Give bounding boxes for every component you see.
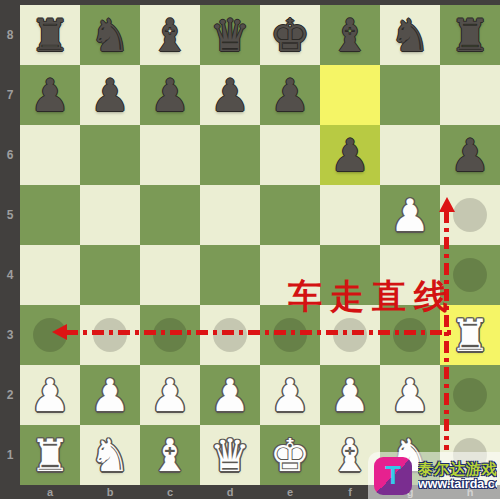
square-e7[interactable]: ♟ (260, 65, 320, 125)
white-pawn-f2[interactable]: ♟ (330, 373, 370, 418)
square-c6[interactable] (140, 125, 200, 185)
black-rook-h8[interactable]: ♜ (450, 13, 490, 58)
square-h5[interactable] (440, 185, 500, 245)
rank-label-2: 2 (0, 365, 20, 425)
white-pawn-g5[interactable]: ♟ (390, 193, 430, 238)
white-pawn-e2[interactable]: ♟ (270, 373, 310, 418)
square-a7[interactable]: ♟ (20, 65, 80, 125)
square-a4[interactable] (20, 245, 80, 305)
legal-move-dot-d3[interactable] (213, 318, 247, 352)
square-f5[interactable] (320, 185, 380, 245)
white-knight-b1[interactable]: ♞ (90, 433, 130, 478)
square-d1[interactable]: ♛ (200, 425, 260, 485)
legal-move-dot-h5[interactable] (453, 198, 487, 232)
file-label-c: c (140, 485, 200, 499)
white-pawn-b2[interactable]: ♟ (90, 373, 130, 418)
square-b4[interactable] (80, 245, 140, 305)
site-watermark: T 泰尔达游戏网 www.tairda.com (368, 452, 500, 499)
rank-label-1: 1 (0, 425, 20, 485)
black-pawn-e7[interactable]: ♟ (270, 73, 310, 118)
square-h8[interactable]: ♜ (440, 5, 500, 65)
square-b2[interactable]: ♟ (80, 365, 140, 425)
legal-move-dot-h2[interactable] (453, 378, 487, 412)
rank-label-6: 6 (0, 125, 20, 185)
move-annotation-text: 车走直线 (288, 274, 456, 320)
black-pawn-c7[interactable]: ♟ (150, 73, 190, 118)
white-pawn-a2[interactable]: ♟ (30, 373, 70, 418)
square-g6[interactable] (380, 125, 440, 185)
legal-move-dot-h4[interactable] (453, 258, 487, 292)
white-bishop-f1[interactable]: ♝ (330, 433, 370, 478)
white-queen-d1[interactable]: ♛ (210, 433, 250, 478)
file-label-b: b (80, 485, 140, 499)
black-bishop-c8[interactable]: ♝ (150, 13, 190, 58)
square-c4[interactable] (140, 245, 200, 305)
black-knight-b8[interactable]: ♞ (90, 13, 130, 58)
white-bishop-c1[interactable]: ♝ (150, 433, 190, 478)
square-d7[interactable]: ♟ (200, 65, 260, 125)
legal-move-dot-f3[interactable] (333, 318, 367, 352)
square-g7[interactable] (380, 65, 440, 125)
square-b6[interactable] (80, 125, 140, 185)
square-a1[interactable]: ♜ (20, 425, 80, 485)
square-a5[interactable] (20, 185, 80, 245)
square-f6[interactable]: ♟ (320, 125, 380, 185)
square-d6[interactable] (200, 125, 260, 185)
watermark-logo-icon: T (374, 457, 412, 495)
square-h6[interactable]: ♟ (440, 125, 500, 185)
black-bishop-f8[interactable]: ♝ (330, 13, 370, 58)
black-pawn-h6[interactable]: ♟ (450, 133, 490, 178)
board[interactable]: ♜♞♝♛♚♝♞♜♟♟♟♟♟♟♟♟♜♟♟♟♟♟♟♟♜♞♝♛♚♝♞ (20, 5, 500, 485)
file-label-d: d (200, 485, 260, 499)
square-e1[interactable]: ♚ (260, 425, 320, 485)
square-c5[interactable] (140, 185, 200, 245)
rank-label-5: 5 (0, 185, 20, 245)
square-c1[interactable]: ♝ (140, 425, 200, 485)
square-c7[interactable]: ♟ (140, 65, 200, 125)
square-f7[interactable] (320, 65, 380, 125)
rook-horizontal-arrowhead (52, 324, 67, 340)
file-label-e: e (260, 485, 320, 499)
square-d4[interactable] (200, 245, 260, 305)
file-label-a: a (20, 485, 80, 499)
square-a2[interactable]: ♟ (20, 365, 80, 425)
square-g5[interactable]: ♟ (380, 185, 440, 245)
white-pawn-d2[interactable]: ♟ (210, 373, 250, 418)
legal-move-dot-g3[interactable] (393, 318, 427, 352)
square-b1[interactable]: ♞ (80, 425, 140, 485)
square-d8[interactable]: ♛ (200, 5, 260, 65)
watermark-site-name: 泰尔达游戏网 (418, 460, 497, 477)
square-b7[interactable]: ♟ (80, 65, 140, 125)
black-rook-a8[interactable]: ♜ (30, 13, 70, 58)
square-b5[interactable] (80, 185, 140, 245)
square-e2[interactable]: ♟ (260, 365, 320, 425)
square-a3[interactable] (20, 305, 80, 365)
square-d5[interactable] (200, 185, 260, 245)
rank-label-7: 7 (0, 65, 20, 125)
black-pawn-b7[interactable]: ♟ (90, 73, 130, 118)
chess-app-frame: 87654321 ♜♞♝♛♚♝♞♜♟♟♟♟♟♟♟♟♜♟♟♟♟♟♟♟♜♞♝♛♚♝♞… (0, 0, 500, 499)
black-pawn-f6[interactable]: ♟ (330, 133, 370, 178)
rank-labels: 87654321 (0, 5, 20, 485)
rook-vertical-arrow-line (444, 211, 449, 450)
square-c2[interactable]: ♟ (140, 365, 200, 425)
square-d2[interactable]: ♟ (200, 365, 260, 425)
square-a6[interactable] (20, 125, 80, 185)
square-f8[interactable]: ♝ (320, 5, 380, 65)
legal-move-dot-c3[interactable] (153, 318, 187, 352)
square-e8[interactable]: ♚ (260, 5, 320, 65)
white-pawn-c2[interactable]: ♟ (150, 373, 190, 418)
square-c8[interactable]: ♝ (140, 5, 200, 65)
square-h7[interactable] (440, 65, 500, 125)
square-e5[interactable] (260, 185, 320, 245)
black-pawn-d7[interactable]: ♟ (210, 73, 250, 118)
square-g8[interactable]: ♞ (380, 5, 440, 65)
black-pawn-a7[interactable]: ♟ (30, 73, 70, 118)
white-rook-a1[interactable]: ♜ (30, 433, 70, 478)
square-a8[interactable]: ♜ (20, 5, 80, 65)
square-h2[interactable] (440, 365, 500, 425)
watermark-url: www.tairda.com (418, 477, 497, 491)
rank-label-3: 3 (0, 305, 20, 365)
legal-move-dot-e3[interactable] (273, 318, 307, 352)
square-d3[interactable] (200, 305, 260, 365)
black-king-e8[interactable]: ♚ (270, 13, 310, 58)
rank-label-4: 4 (0, 245, 20, 305)
square-f2[interactable]: ♟ (320, 365, 380, 425)
black-queen-d8[interactable]: ♛ (210, 13, 250, 58)
legal-move-dot-b3[interactable] (93, 318, 127, 352)
rook-horizontal-arrow-line (66, 330, 456, 335)
black-knight-g8[interactable]: ♞ (390, 13, 430, 58)
white-king-e1[interactable]: ♚ (270, 433, 310, 478)
rank-label-8: 8 (0, 5, 20, 65)
square-c3[interactable] (140, 305, 200, 365)
rook-vertical-arrowhead (439, 197, 455, 212)
square-e6[interactable] (260, 125, 320, 185)
square-b3[interactable] (80, 305, 140, 365)
square-b8[interactable]: ♞ (80, 5, 140, 65)
white-pawn-g2[interactable]: ♟ (390, 373, 430, 418)
square-g2[interactable]: ♟ (380, 365, 440, 425)
